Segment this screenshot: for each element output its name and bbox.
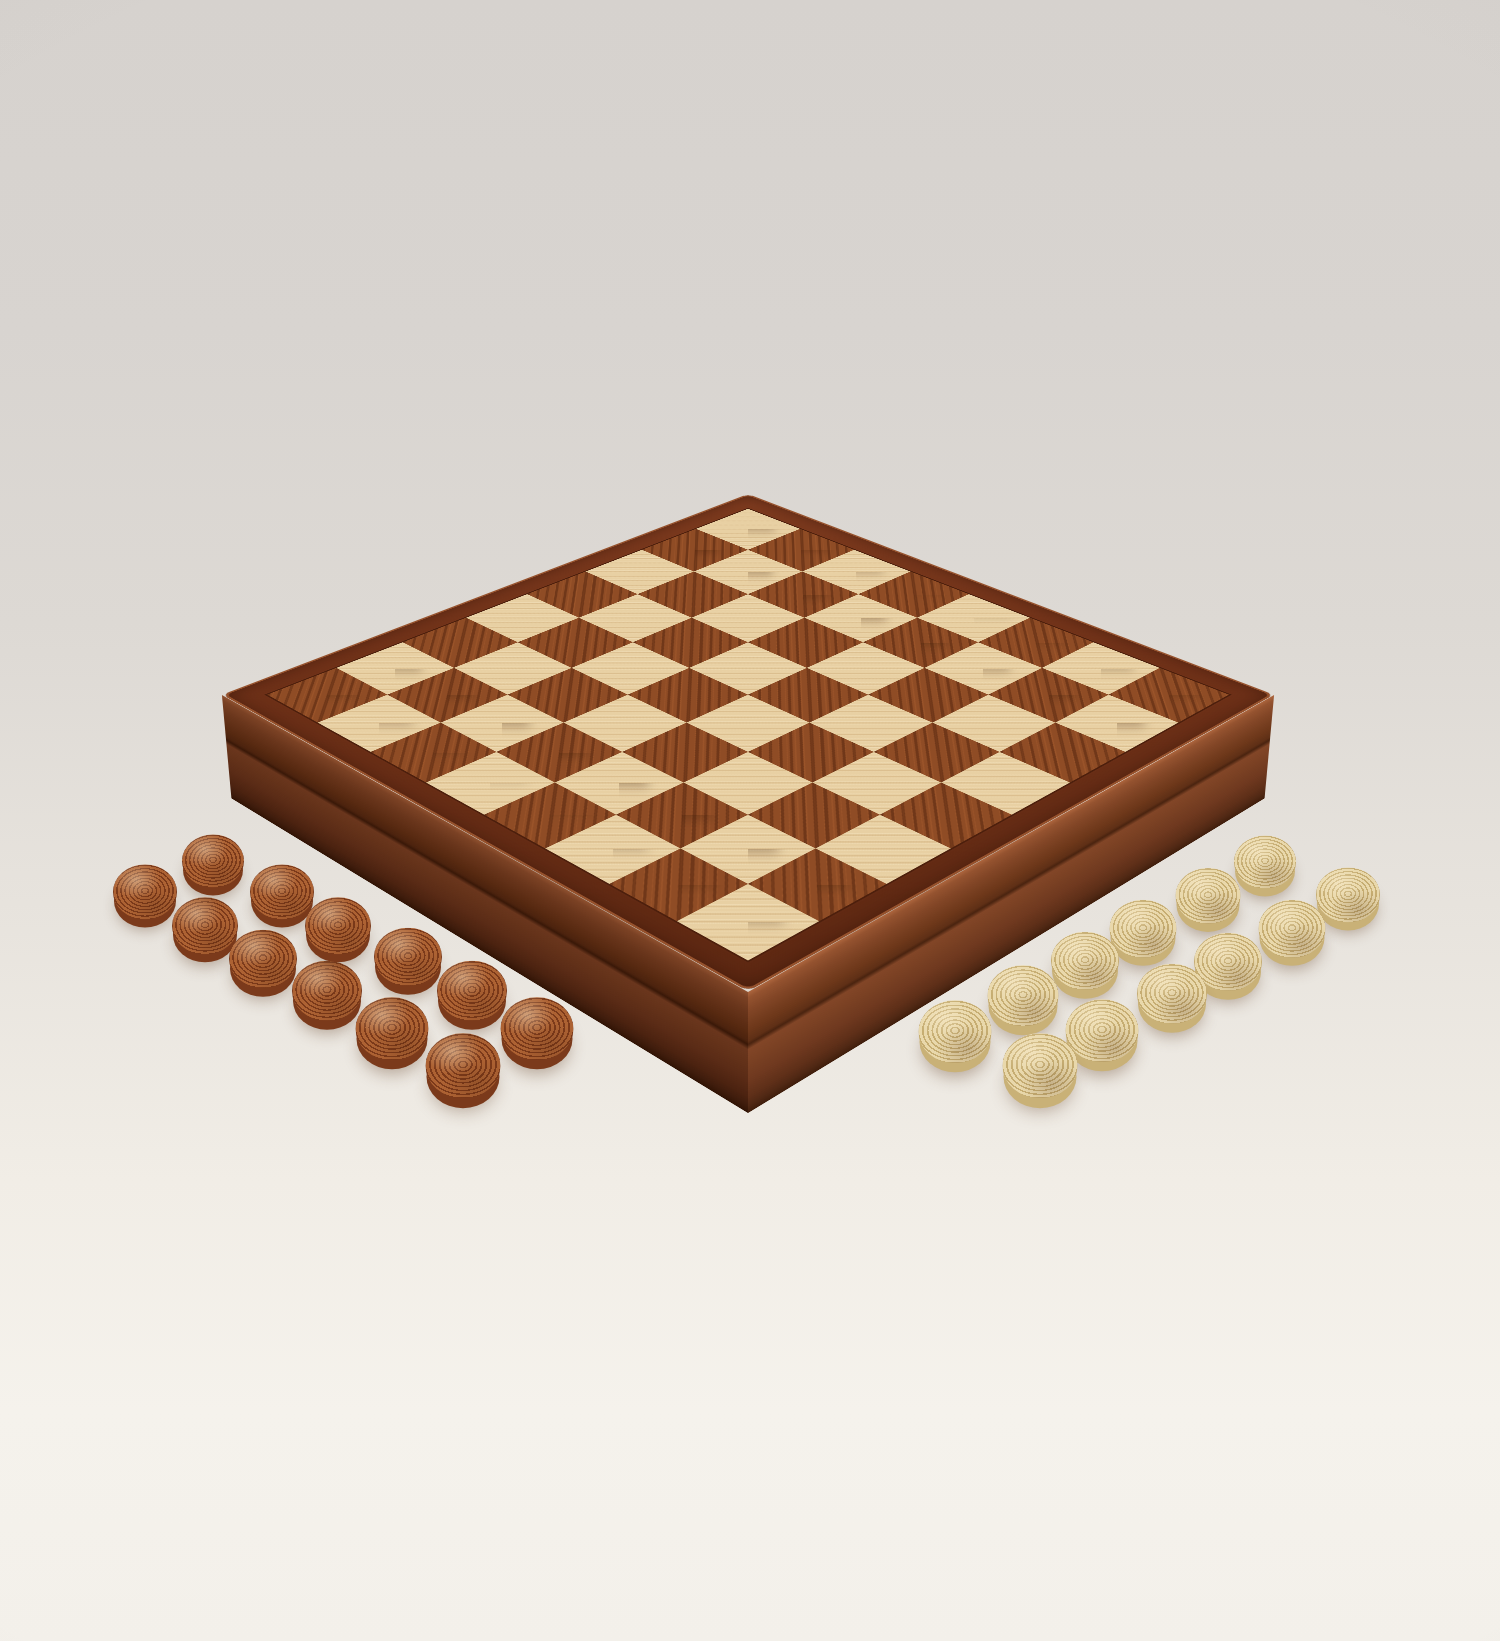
light-checker-4 [1051, 932, 1119, 990]
light-checker-12 [1003, 1033, 1078, 1098]
dark-pawn-glyph: ♟ [718, 511, 778, 578]
light-checker-3 [1110, 900, 1177, 958]
dark-checker-5 [356, 997, 429, 1060]
dark-pawn-glyph: ♟ [666, 490, 725, 555]
dark-pawn-glyph: ♟ [951, 602, 1016, 674]
dark-checker-9 [305, 897, 371, 954]
dark-checker-6 [426, 1033, 501, 1098]
dark-pawn-glyph: ♟ [1083, 653, 1151, 729]
dark-checker-7 [182, 834, 244, 887]
dark-checker-4 [292, 961, 362, 1021]
dark-checker-2 [172, 897, 238, 954]
dark-pawn-glyph: ♟ [773, 532, 834, 600]
dark-checker-12 [501, 997, 574, 1060]
light-checker-8 [1259, 900, 1326, 958]
dark-checker-3 [229, 930, 297, 988]
white-rook-glyph: ♜ [701, 826, 794, 930]
dark-pawn-glyph: ♟ [1015, 627, 1081, 701]
light-checker-11 [1066, 999, 1139, 1062]
light-checker-6 [919, 1000, 992, 1063]
light-checker-10 [1137, 964, 1207, 1024]
dark-checker-8 [250, 864, 314, 919]
dark-checker-1 [113, 864, 177, 919]
dark-pawn-glyph: ♟ [889, 577, 953, 648]
light-checker-1 [1234, 835, 1296, 888]
light-checker-7 [1316, 867, 1380, 922]
product-photo-scene: ♜♞♝♛♚♝♞♜♟♟♟♟♟♟♟♟♟♟♟♟♟♟♟♟♜♞♝♛♚♝♞♜ [0, 0, 1500, 1641]
light-checker-2 [1176, 868, 1241, 924]
dark-checker-11 [437, 961, 507, 1021]
dark-pawn-glyph: ♟ [830, 554, 892, 623]
dark-checker-10 [374, 928, 442, 986]
light-checker-5 [988, 965, 1059, 1026]
